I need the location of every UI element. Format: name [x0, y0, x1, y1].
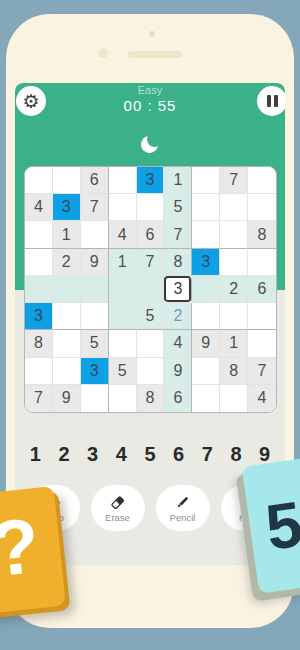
cell-r3c4[interactable]: 4 — [109, 221, 137, 248]
numpad-6[interactable]: 6 — [164, 439, 193, 469]
numpad-3[interactable]: 3 — [78, 439, 107, 469]
cell-r6c2[interactable] — [53, 303, 81, 330]
cell-r7c4[interactable] — [109, 330, 137, 357]
cell-r6c7[interactable] — [192, 303, 220, 330]
cell-r4c5[interactable]: 7 — [137, 249, 165, 276]
numpad-1[interactable]: 1 — [21, 439, 50, 469]
cell-r2c1[interactable]: 4 — [25, 194, 53, 221]
cell-r2c4[interactable] — [109, 194, 137, 221]
cell-r2c6[interactable]: 5 — [164, 194, 192, 221]
cell-r8c8[interactable]: 8 — [220, 358, 248, 385]
cell-r1c3[interactable]: 6 — [81, 167, 109, 194]
cell-r7c1[interactable]: 8 — [25, 330, 53, 357]
cell-r3c5[interactable]: 6 — [137, 221, 165, 248]
cell-r8c2[interactable] — [53, 358, 81, 385]
app-store-screenshot: ⚙ Easy 00 : 55 6317437514678291783326352… — [0, 0, 300, 650]
cell-r1c5[interactable]: 3 — [137, 167, 165, 194]
note-digit: 5 — [261, 487, 300, 565]
timer: 00 : 55 — [15, 97, 285, 114]
cell-r1c4[interactable] — [109, 167, 137, 194]
cell-r9c8[interactable] — [220, 385, 248, 412]
cell-r2c7[interactable] — [192, 194, 220, 221]
cell-r2c3[interactable]: 7 — [81, 194, 109, 221]
cell-r9c2[interactable]: 9 — [53, 385, 81, 412]
cell-r2c8[interactable] — [220, 194, 248, 221]
cell-r9c3[interactable] — [81, 385, 109, 412]
cell-r3c2[interactable]: 1 — [53, 221, 81, 248]
cell-r4c8[interactable] — [220, 249, 248, 276]
cell-r3c6[interactable]: 7 — [164, 221, 192, 248]
cell-r1c8[interactable]: 7 — [220, 167, 248, 194]
cell-r7c9[interactable] — [248, 330, 276, 357]
cell-r5c3[interactable] — [81, 276, 109, 303]
cell-r4c4[interactable]: 1 — [109, 249, 137, 276]
cell-r3c7[interactable] — [192, 221, 220, 248]
cell-r5c1[interactable] — [25, 276, 53, 303]
cell-r9c6[interactable]: 6 — [164, 385, 192, 412]
cell-r2c2[interactable]: 3 — [53, 194, 81, 221]
cell-r6c8[interactable] — [220, 303, 248, 330]
cell-r3c1[interactable] — [25, 221, 53, 248]
erase-label: Erase — [105, 513, 130, 523]
cell-r6c9[interactable] — [248, 303, 276, 330]
phone-speaker — [128, 51, 182, 58]
cell-r8c3[interactable]: 3 — [81, 358, 109, 385]
cell-r7c7[interactable]: 9 — [192, 330, 220, 357]
phone-top-camera-dot — [149, 31, 155, 37]
cell-r2c5[interactable] — [137, 194, 165, 221]
numpad-7[interactable]: 7 — [193, 439, 222, 469]
cell-r8c6[interactable]: 9 — [164, 358, 192, 385]
cell-r5c9[interactable]: 6 — [248, 276, 276, 303]
cell-r1c7[interactable] — [192, 167, 220, 194]
cell-r6c3[interactable] — [81, 303, 109, 330]
cell-r5c7[interactable] — [192, 276, 220, 303]
cell-r9c9[interactable]: 4 — [248, 385, 276, 412]
cell-r7c5[interactable] — [137, 330, 165, 357]
cell-r4c6[interactable]: 8 — [164, 249, 192, 276]
cell-r3c9[interactable]: 8 — [248, 221, 276, 248]
pencil-button[interactable]: Pencil — [156, 485, 210, 531]
cell-r6c1[interactable]: 3 — [25, 303, 53, 330]
cell-r9c7[interactable] — [192, 385, 220, 412]
cell-r7c8[interactable]: 1 — [220, 330, 248, 357]
cell-r1c9[interactable] — [248, 167, 276, 194]
cell-r3c8[interactable] — [220, 221, 248, 248]
question-mark: ? — [0, 500, 44, 595]
cell-r7c2[interactable] — [53, 330, 81, 357]
cell-r9c1[interactable]: 7 — [25, 385, 53, 412]
cell-r1c1[interactable] — [25, 167, 53, 194]
cell-r5c4[interactable] — [109, 276, 137, 303]
cell-r5c5[interactable] — [137, 276, 165, 303]
cell-r6c5[interactable]: 5 — [137, 303, 165, 330]
cell-r3c3[interactable] — [81, 221, 109, 248]
cell-r6c4[interactable] — [109, 303, 137, 330]
erase-button[interactable]: Erase — [91, 485, 145, 531]
cell-r4c2[interactable]: 2 — [53, 249, 81, 276]
numpad-2[interactable]: 2 — [50, 439, 79, 469]
cell-r1c6[interactable]: 1 — [164, 167, 192, 194]
numpad-5[interactable]: 5 — [136, 439, 165, 469]
cell-r9c5[interactable]: 8 — [137, 385, 165, 412]
cell-r7c3[interactable]: 5 — [81, 330, 109, 357]
cell-r8c7[interactable] — [192, 358, 220, 385]
crescent-moon-icon — [141, 134, 161, 154]
number-pad: 123456789 — [21, 439, 279, 469]
eraser-icon — [109, 494, 126, 511]
cell-r4c7[interactable]: 3 — [192, 249, 220, 276]
pencil-label: Pencil — [170, 513, 196, 523]
pencil-icon — [174, 494, 191, 511]
cell-r6c6[interactable]: 2 — [164, 303, 192, 330]
cell-r4c1[interactable] — [25, 249, 53, 276]
cell-r2c9[interactable] — [248, 194, 276, 221]
difficulty-label: Easy — [15, 84, 285, 96]
cell-r1c2[interactable] — [53, 167, 81, 194]
cell-r4c9[interactable] — [248, 249, 276, 276]
cell-r9c4[interactable] — [109, 385, 137, 412]
numpad-8[interactable]: 8 — [222, 439, 251, 469]
cell-r7c6[interactable]: 4 — [164, 330, 192, 357]
cell-r8c9[interactable]: 7 — [248, 358, 276, 385]
cell-r4c3[interactable]: 9 — [81, 249, 109, 276]
cell-r5c6[interactable]: 3 — [164, 276, 192, 303]
cell-r8c5[interactable] — [137, 358, 165, 385]
phone-front-camera — [98, 48, 108, 58]
cell-r8c1[interactable] — [25, 358, 53, 385]
sudoku-board: 6317437514678291783326352854913598779864 — [24, 166, 277, 413]
numpad-4[interactable]: 4 — [107, 439, 136, 469]
cell-r5c2[interactable] — [53, 276, 81, 303]
cell-r8c4[interactable]: 5 — [109, 358, 137, 385]
cell-r5c8[interactable]: 2 — [220, 276, 248, 303]
